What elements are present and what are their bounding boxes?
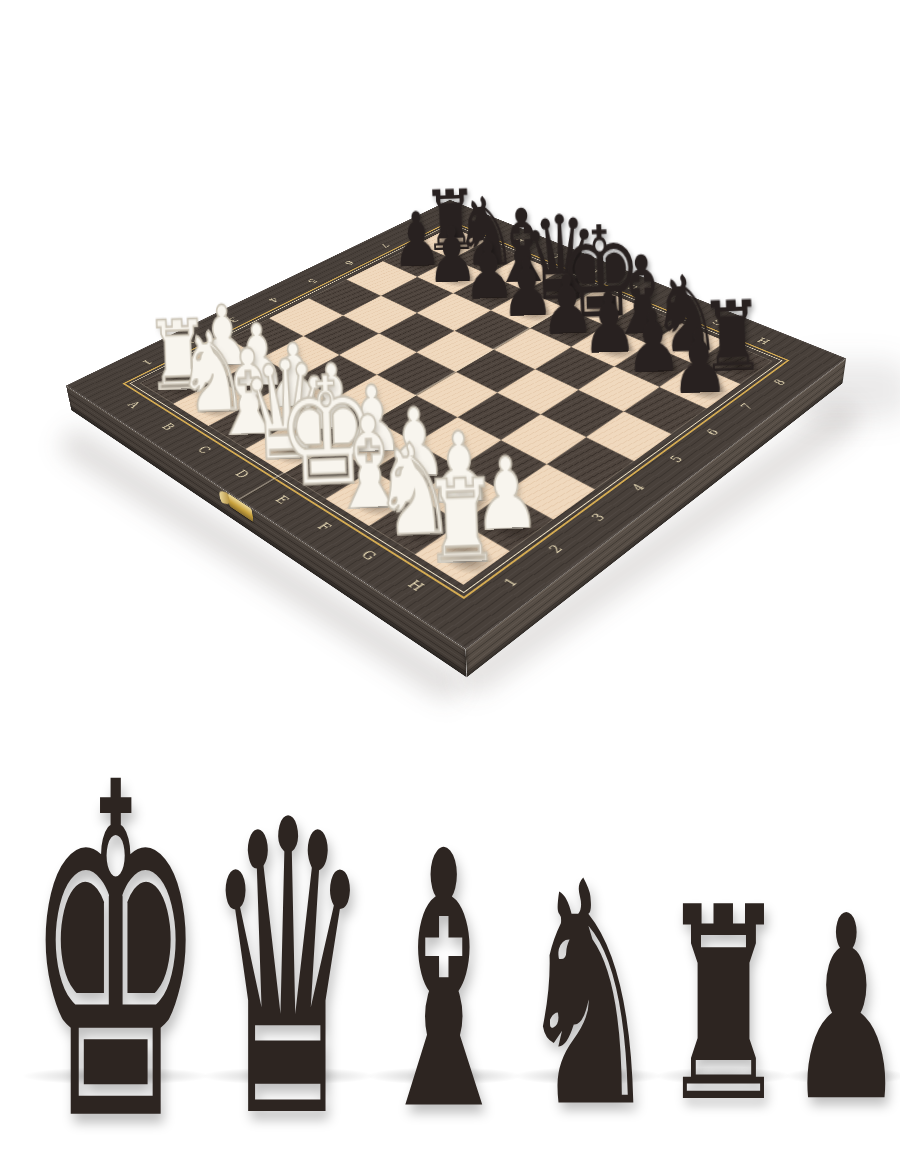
lineup-piece-queen-icon: ♛ <box>205 768 370 1173</box>
lineup-pawn: ♟ <box>788 945 900 1075</box>
chess-board: ABCDEFGH ABCDEFGH 87654321 87654321 ♜♞♝♛… <box>66 200 846 649</box>
lineup-piece-king-icon: ♚ <box>26 725 205 1174</box>
lineup-bishop: ♝ <box>370 911 517 1075</box>
square-f5 <box>497 369 578 414</box>
lineup-rook: ♜ <box>659 931 788 1075</box>
lineup-piece-pawn-icon: ♟ <box>788 883 900 1137</box>
square-h4 <box>547 437 634 489</box>
lineup-knight: ♞ <box>517 917 659 1075</box>
black-pieces-lineup: ♚♛♝♞♜♟ <box>26 745 874 1075</box>
lineup-piece-rook-icon: ♜ <box>659 872 788 1138</box>
lineup-piece-bishop-icon: ♝ <box>370 808 517 1161</box>
square-h5 <box>586 411 671 461</box>
lineup-queen: ♛ <box>205 891 370 1075</box>
square-g5 <box>541 390 624 437</box>
lineup-piece-knight-icon: ♞ <box>517 841 659 1149</box>
lineup-king: ♚ <box>26 875 205 1075</box>
